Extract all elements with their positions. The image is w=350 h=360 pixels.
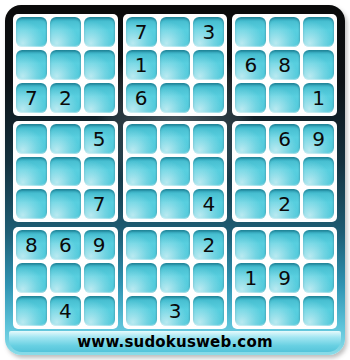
cell-r3c1[interactable]: 7 — [16, 83, 47, 113]
cell-r9c6[interactable] — [193, 296, 224, 326]
cell-r8c8[interactable]: 9 — [269, 263, 300, 293]
cell-r8c6[interactable] — [193, 263, 224, 293]
box-3-1: 8694 — [13, 227, 118, 329]
cell-r9c4[interactable] — [126, 296, 157, 326]
box-1-3: 681 — [232, 14, 337, 116]
cell-r1c2[interactable] — [50, 17, 81, 47]
cell-r5c4[interactable] — [126, 157, 157, 187]
cell-r7c3[interactable]: 9 — [84, 230, 115, 260]
cell-r9c5[interactable]: 3 — [160, 296, 191, 326]
box-3-2: 23 — [123, 227, 228, 329]
cell-r3c5[interactable] — [160, 83, 191, 113]
cell-r1c4[interactable]: 7 — [126, 17, 157, 47]
cell-r8c4[interactable] — [126, 263, 157, 293]
cell-r9c9[interactable] — [303, 296, 334, 326]
box-3-3: 19 — [232, 227, 337, 329]
cell-r7c4[interactable] — [126, 230, 157, 260]
cell-r7c7[interactable] — [235, 230, 266, 260]
cell-r9c2[interactable]: 4 — [50, 296, 81, 326]
cell-r4c4[interactable] — [126, 124, 157, 154]
box-1-2: 7316 — [123, 14, 228, 116]
cell-r1c3[interactable] — [84, 17, 115, 47]
cell-r5c1[interactable] — [16, 157, 47, 187]
cell-r6c9[interactable] — [303, 189, 334, 219]
cell-r7c6[interactable]: 2 — [193, 230, 224, 260]
cell-r8c3[interactable] — [84, 263, 115, 293]
footer-bar: www.sudokusweb.com — [9, 331, 341, 352]
cell-r1c1[interactable] — [16, 17, 47, 47]
cell-r6c7[interactable] — [235, 189, 266, 219]
cell-r3c6[interactable] — [193, 83, 224, 113]
cell-r2c4[interactable]: 1 — [126, 50, 157, 80]
website-link[interactable]: www.sudokusweb.com — [77, 333, 272, 351]
cell-r5c2[interactable] — [50, 157, 81, 187]
cell-r7c2[interactable]: 6 — [50, 230, 81, 260]
sudoku-board: 72731668157469286942319 www.sudokusweb.c… — [5, 5, 345, 355]
cell-r6c1[interactable] — [16, 189, 47, 219]
cell-r4c6[interactable] — [193, 124, 224, 154]
cell-r9c8[interactable] — [269, 296, 300, 326]
cell-r7c8[interactable] — [269, 230, 300, 260]
cell-r6c4[interactable] — [126, 189, 157, 219]
cell-r8c9[interactable] — [303, 263, 334, 293]
cell-r1c8[interactable] — [269, 17, 300, 47]
cell-r1c9[interactable] — [303, 17, 334, 47]
cell-r8c1[interactable] — [16, 263, 47, 293]
cell-r4c5[interactable] — [160, 124, 191, 154]
cell-r8c5[interactable] — [160, 263, 191, 293]
cell-r4c9[interactable]: 9 — [303, 124, 334, 154]
cell-r2c1[interactable] — [16, 50, 47, 80]
cell-r2c2[interactable] — [50, 50, 81, 80]
cell-r8c2[interactable] — [50, 263, 81, 293]
cell-r4c2[interactable] — [50, 124, 81, 154]
cell-r4c1[interactable] — [16, 124, 47, 154]
cell-r6c3[interactable]: 7 — [84, 189, 115, 219]
cell-r3c8[interactable] — [269, 83, 300, 113]
cell-r2c9[interactable] — [303, 50, 334, 80]
cell-r7c1[interactable]: 8 — [16, 230, 47, 260]
cell-r4c7[interactable] — [235, 124, 266, 154]
cell-r8c7[interactable]: 1 — [235, 263, 266, 293]
cell-r2c7[interactable]: 6 — [235, 50, 266, 80]
cell-r5c5[interactable] — [160, 157, 191, 187]
cell-r9c1[interactable] — [16, 296, 47, 326]
cell-r2c3[interactable] — [84, 50, 115, 80]
cell-r3c4[interactable]: 6 — [126, 83, 157, 113]
box-1-1: 72 — [13, 14, 118, 116]
box-2-2: 4 — [123, 121, 228, 223]
sudoku-grid: 72731668157469286942319 — [13, 14, 337, 329]
cell-r2c8[interactable]: 8 — [269, 50, 300, 80]
cell-r3c9[interactable]: 1 — [303, 83, 334, 113]
cell-r3c3[interactable] — [84, 83, 115, 113]
cell-r5c9[interactable] — [303, 157, 334, 187]
cell-r2c6[interactable] — [193, 50, 224, 80]
cell-r3c7[interactable] — [235, 83, 266, 113]
cell-r4c3[interactable]: 5 — [84, 124, 115, 154]
cell-r6c5[interactable] — [160, 189, 191, 219]
cell-r4c8[interactable]: 6 — [269, 124, 300, 154]
cell-r5c8[interactable] — [269, 157, 300, 187]
cell-r9c3[interactable] — [84, 296, 115, 326]
cell-r5c7[interactable] — [235, 157, 266, 187]
cell-r2c5[interactable] — [160, 50, 191, 80]
cell-r5c3[interactable] — [84, 157, 115, 187]
cell-r6c6[interactable]: 4 — [193, 189, 224, 219]
box-2-3: 692 — [232, 121, 337, 223]
cell-r5c6[interactable] — [193, 157, 224, 187]
cell-r7c5[interactable] — [160, 230, 191, 260]
cell-r9c7[interactable] — [235, 296, 266, 326]
cell-r1c6[interactable]: 3 — [193, 17, 224, 47]
cell-r3c2[interactable]: 2 — [50, 83, 81, 113]
cell-r1c5[interactable] — [160, 17, 191, 47]
box-2-1: 57 — [13, 121, 118, 223]
cell-r7c9[interactable] — [303, 230, 334, 260]
cell-r6c2[interactable] — [50, 189, 81, 219]
cell-r1c7[interactable] — [235, 17, 266, 47]
cell-r6c8[interactable]: 2 — [269, 189, 300, 219]
